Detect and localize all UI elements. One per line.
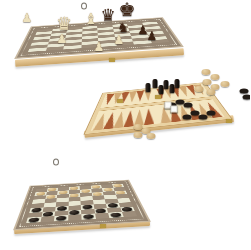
backgammon-point: [136, 90, 144, 102]
backgammon-man-black: [184, 103, 193, 108]
draughts-grid: [26, 184, 137, 223]
product-photo: ♟♛♟♝♟♟♛♚♞♟♟: [0, 0, 250, 250]
chess-piece-light-bishop: ♝: [84, 12, 97, 27]
board-square: [40, 216, 55, 222]
backgammon-point: [159, 106, 171, 123]
draughts-man-black: [83, 214, 94, 219]
hanging-ring-icon: [81, 3, 87, 10]
brass-clasp: [100, 224, 106, 228]
chess-piece-dark-king: ♚: [118, 0, 135, 19]
draughts-man-black: [110, 212, 122, 217]
backgammon-man-black-standing: [153, 79, 158, 88]
chess-piece-dark-knight: ♞: [117, 21, 129, 34]
chess-piece-dark-pawn: ♟: [147, 30, 158, 42]
backgammon-man-wood: [147, 133, 156, 139]
backgammon-point: [128, 91, 137, 103]
chess-piece-dark-queen: ♛: [100, 7, 115, 24]
brass-clasp: [226, 119, 232, 123]
brass-clasp: [117, 99, 123, 103]
board-square: [121, 211, 137, 217]
brass-clasp: [155, 95, 161, 99]
backgammon-point: [103, 93, 115, 105]
loose-man-wood: [203, 79, 212, 85]
dice: [171, 106, 178, 113]
hanging-ring-icon: [53, 159, 59, 166]
loose-man-wood: [221, 81, 230, 87]
draughts-board-frame: [13, 180, 151, 230]
chess-piece-light-pawn: ♟: [94, 41, 105, 53]
board-square: [95, 213, 110, 219]
loose-man-black: [240, 89, 249, 94]
chess-piece-light-pawn: ♟: [114, 34, 125, 46]
brass-clasp: [109, 58, 115, 62]
chess-piece-light-queen: ♛: [56, 15, 72, 33]
draughts-board: [13, 180, 151, 230]
chess-piece-light-pawn: ♟: [22, 12, 33, 24]
board-square: [81, 214, 95, 220]
loose-man-wood: [207, 89, 216, 95]
backgammon-man-black-standing: [175, 79, 180, 88]
backgammon-man-black: [207, 111, 216, 116]
backgammon-man-black: [183, 115, 192, 120]
draughts-man-black: [55, 216, 66, 221]
backgammon-man-wood: [134, 132, 143, 138]
loose-man-wood: [195, 86, 204, 92]
draughts-man-black: [28, 217, 40, 222]
backgammon-man-black: [199, 115, 208, 120]
board-square: [68, 214, 82, 220]
chess-piece-light-pawn: ♟: [57, 33, 68, 45]
loose-man-black: [243, 95, 251, 100]
board-square: [54, 215, 68, 221]
backgammon-man-black-standing: [164, 80, 169, 89]
loose-man-wood: [202, 69, 211, 75]
backgammon-man-black-standing: [146, 83, 151, 92]
loose-man-wood: [211, 74, 220, 80]
backgammon-point: [144, 108, 154, 125]
